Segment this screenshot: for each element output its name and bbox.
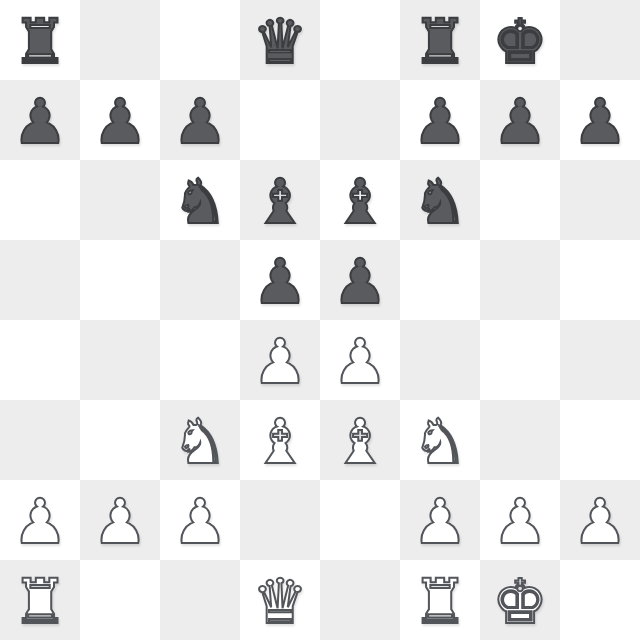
square-a3[interactable]	[0, 400, 80, 480]
white-rook-icon[interactable]: ♜	[12, 562, 68, 640]
square-b8[interactable]	[80, 0, 160, 80]
white-bishop-icon[interactable]: ♝	[332, 402, 388, 482]
square-f6[interactable]: ♞	[400, 160, 480, 240]
square-b1[interactable]	[80, 560, 160, 640]
square-e8[interactable]	[320, 0, 400, 80]
white-bishop-icon[interactable]: ♝	[252, 402, 308, 482]
black-king-icon[interactable]: ♚	[492, 2, 548, 82]
white-queen-icon[interactable]: ♛	[252, 562, 308, 640]
chess-board: ♜♛♜♚♟♟♟♟♟♟♞♝♝♞♟♟♟♟♞♝♝♞♟♟♟♟♟♟♜♛♜♚	[0, 0, 640, 640]
black-queen-icon[interactable]: ♛	[252, 2, 308, 82]
square-d4[interactable]: ♟	[240, 320, 320, 400]
square-h5[interactable]	[560, 240, 640, 320]
square-f3[interactable]: ♞	[400, 400, 480, 480]
square-a6[interactable]	[0, 160, 80, 240]
square-g6[interactable]	[480, 160, 560, 240]
square-b4[interactable]	[80, 320, 160, 400]
square-f8[interactable]: ♜	[400, 0, 480, 80]
square-a5[interactable]	[0, 240, 80, 320]
square-b2[interactable]: ♟	[80, 480, 160, 560]
square-g8[interactable]: ♚	[480, 0, 560, 80]
white-king-icon[interactable]: ♚	[492, 562, 548, 640]
square-a7[interactable]: ♟	[0, 80, 80, 160]
square-d1[interactable]: ♛	[240, 560, 320, 640]
square-g3[interactable]	[480, 400, 560, 480]
square-h1[interactable]	[560, 560, 640, 640]
square-d5[interactable]: ♟	[240, 240, 320, 320]
black-pawn-icon[interactable]: ♟	[12, 82, 68, 162]
black-pawn-icon[interactable]: ♟	[572, 82, 628, 162]
square-e3[interactable]: ♝	[320, 400, 400, 480]
black-knight-icon[interactable]: ♞	[412, 162, 468, 242]
square-c6[interactable]: ♞	[160, 160, 240, 240]
square-b5[interactable]	[80, 240, 160, 320]
black-rook-icon[interactable]: ♜	[12, 2, 68, 82]
square-c4[interactable]	[160, 320, 240, 400]
square-d2[interactable]	[240, 480, 320, 560]
square-c3[interactable]: ♞	[160, 400, 240, 480]
square-h2[interactable]: ♟	[560, 480, 640, 560]
black-pawn-icon[interactable]: ♟	[252, 242, 308, 322]
square-c1[interactable]	[160, 560, 240, 640]
square-f7[interactable]: ♟	[400, 80, 480, 160]
square-f1[interactable]: ♜	[400, 560, 480, 640]
square-e7[interactable]	[320, 80, 400, 160]
white-pawn-icon[interactable]: ♟	[332, 322, 388, 402]
square-d6[interactable]: ♝	[240, 160, 320, 240]
white-knight-icon[interactable]: ♞	[412, 402, 468, 482]
white-pawn-icon[interactable]: ♟	[412, 482, 468, 562]
square-a2[interactable]: ♟	[0, 480, 80, 560]
black-pawn-icon[interactable]: ♟	[172, 82, 228, 162]
square-g7[interactable]: ♟	[480, 80, 560, 160]
square-e5[interactable]: ♟	[320, 240, 400, 320]
square-e2[interactable]	[320, 480, 400, 560]
white-pawn-icon[interactable]: ♟	[572, 482, 628, 562]
square-d8[interactable]: ♛	[240, 0, 320, 80]
square-a4[interactable]	[0, 320, 80, 400]
square-g2[interactable]: ♟	[480, 480, 560, 560]
square-b6[interactable]	[80, 160, 160, 240]
square-e4[interactable]: ♟	[320, 320, 400, 400]
black-rook-icon[interactable]: ♜	[412, 2, 468, 82]
black-pawn-icon[interactable]: ♟	[412, 82, 468, 162]
square-f5[interactable]	[400, 240, 480, 320]
square-b3[interactable]	[80, 400, 160, 480]
square-g5[interactable]	[480, 240, 560, 320]
square-e6[interactable]: ♝	[320, 160, 400, 240]
square-c2[interactable]: ♟	[160, 480, 240, 560]
square-e1[interactable]	[320, 560, 400, 640]
square-f4[interactable]	[400, 320, 480, 400]
square-f2[interactable]: ♟	[400, 480, 480, 560]
white-rook-icon[interactable]: ♜	[412, 562, 468, 640]
white-pawn-icon[interactable]: ♟	[252, 322, 308, 402]
black-bishop-icon[interactable]: ♝	[332, 162, 388, 242]
square-c5[interactable]	[160, 240, 240, 320]
white-pawn-icon[interactable]: ♟	[92, 482, 148, 562]
square-h6[interactable]	[560, 160, 640, 240]
square-h3[interactable]	[560, 400, 640, 480]
white-pawn-icon[interactable]: ♟	[12, 482, 68, 562]
square-g1[interactable]: ♚	[480, 560, 560, 640]
square-d7[interactable]	[240, 80, 320, 160]
square-g4[interactable]	[480, 320, 560, 400]
square-b7[interactable]: ♟	[80, 80, 160, 160]
square-a1[interactable]: ♜	[0, 560, 80, 640]
white-pawn-icon[interactable]: ♟	[492, 482, 548, 562]
black-knight-icon[interactable]: ♞	[172, 162, 228, 242]
black-pawn-icon[interactable]: ♟	[92, 82, 148, 162]
square-a8[interactable]: ♜	[0, 0, 80, 80]
black-pawn-icon[interactable]: ♟	[492, 82, 548, 162]
black-pawn-icon[interactable]: ♟	[332, 242, 388, 322]
square-h8[interactable]	[560, 0, 640, 80]
square-d3[interactable]: ♝	[240, 400, 320, 480]
square-h7[interactable]: ♟	[560, 80, 640, 160]
white-pawn-icon[interactable]: ♟	[172, 482, 228, 562]
white-knight-icon[interactable]: ♞	[172, 402, 228, 482]
square-c8[interactable]	[160, 0, 240, 80]
square-h4[interactable]	[560, 320, 640, 400]
square-c7[interactable]: ♟	[160, 80, 240, 160]
black-bishop-icon[interactable]: ♝	[252, 162, 308, 242]
